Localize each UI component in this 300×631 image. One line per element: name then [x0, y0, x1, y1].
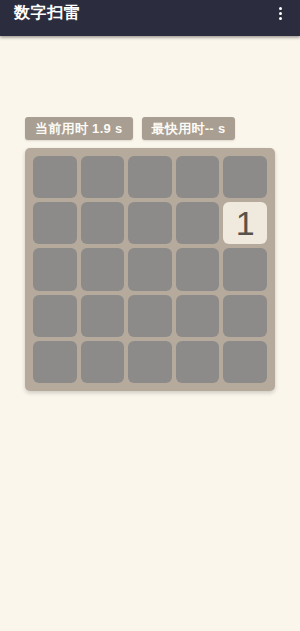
cell-r1c2[interactable] — [81, 156, 125, 198]
cell-r1c4[interactable] — [176, 156, 220, 198]
minesweeper-board: 1 — [25, 148, 275, 391]
cell-r2c3[interactable] — [128, 202, 172, 244]
current-time-badge: 当前用时 1.9 s — [25, 117, 133, 140]
cell-r1c3[interactable] — [128, 156, 172, 198]
cell-r3c2[interactable] — [81, 248, 125, 290]
cell-r4c4[interactable] — [176, 295, 220, 337]
cell-r3c3[interactable] — [128, 248, 172, 290]
kebab-dot — [279, 12, 282, 15]
cell-r3c5[interactable] — [223, 248, 267, 290]
cell-r2c5[interactable]: 1 — [223, 202, 267, 244]
cell-r2c1[interactable] — [33, 202, 77, 244]
cell-r2c2[interactable] — [81, 202, 125, 244]
cell-r4c3[interactable] — [128, 295, 172, 337]
kebab-dot — [279, 7, 282, 10]
cell-r1c1[interactable] — [33, 156, 77, 198]
cell-r5c3[interactable] — [128, 341, 172, 383]
cell-r5c1[interactable] — [33, 341, 77, 383]
cell-r4c5[interactable] — [223, 295, 267, 337]
cell-r5c2[interactable] — [81, 341, 125, 383]
app-bar: 数字扫雷 — [0, 0, 300, 36]
stats-row: 当前用时 1.9 s 最快用时-- s — [25, 117, 235, 140]
page-title: 数字扫雷 — [14, 3, 80, 24]
cell-r4c1[interactable] — [33, 295, 77, 337]
kebab-menu-icon[interactable] — [270, 4, 290, 24]
cell-r5c4[interactable] — [176, 341, 220, 383]
cell-r1c5[interactable] — [223, 156, 267, 198]
cell-r3c4[interactable] — [176, 248, 220, 290]
cell-r4c2[interactable] — [81, 295, 125, 337]
best-time-badge: 最快用时-- s — [142, 117, 236, 140]
kebab-dot — [279, 17, 282, 20]
cell-r3c1[interactable] — [33, 248, 77, 290]
cell-r2c4[interactable] — [176, 202, 220, 244]
cell-r5c5[interactable] — [223, 341, 267, 383]
